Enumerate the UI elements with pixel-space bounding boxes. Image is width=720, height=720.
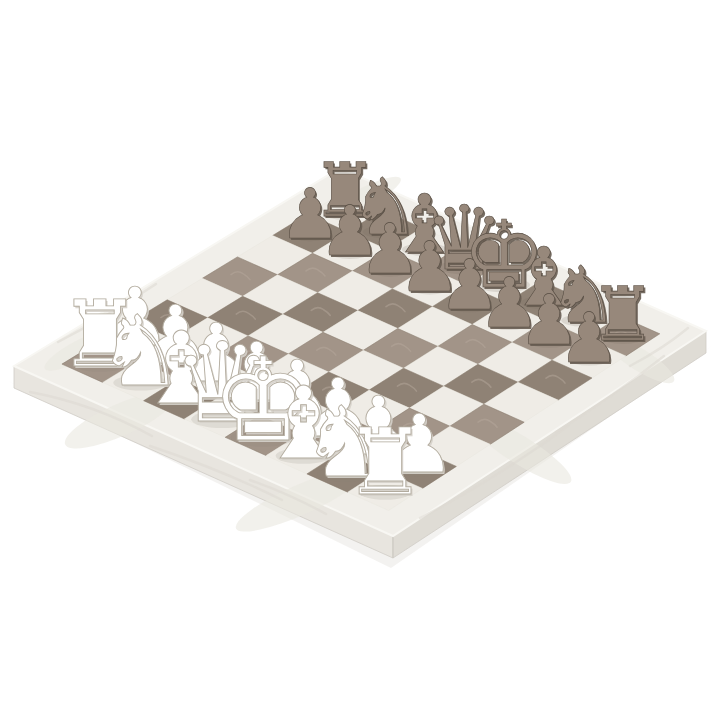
piece-white-r-h1: ♜♜: [344, 408, 428, 518]
piece-glyph: ♟: [558, 298, 620, 378]
product-photo-stage: ♜♜♞♞♟♟♝♝♟♟♛♛♟♟♚♚♟♟♝♝♟♟♞♞♟♟♜♜♟♟♟♟♟♟♟♟♜♜♟♟…: [0, 0, 720, 720]
piece-glyph: ♜: [344, 408, 427, 516]
marble-chessboard-photo: ♜♜♞♞♟♟♝♝♟♟♛♛♟♟♚♚♟♟♝♝♟♟♞♞♟♟♜♜♟♟♟♟♟♟♟♟♜♜♟♟…: [0, 0, 720, 720]
piece-grey-p-h7: ♟♟: [558, 298, 622, 380]
